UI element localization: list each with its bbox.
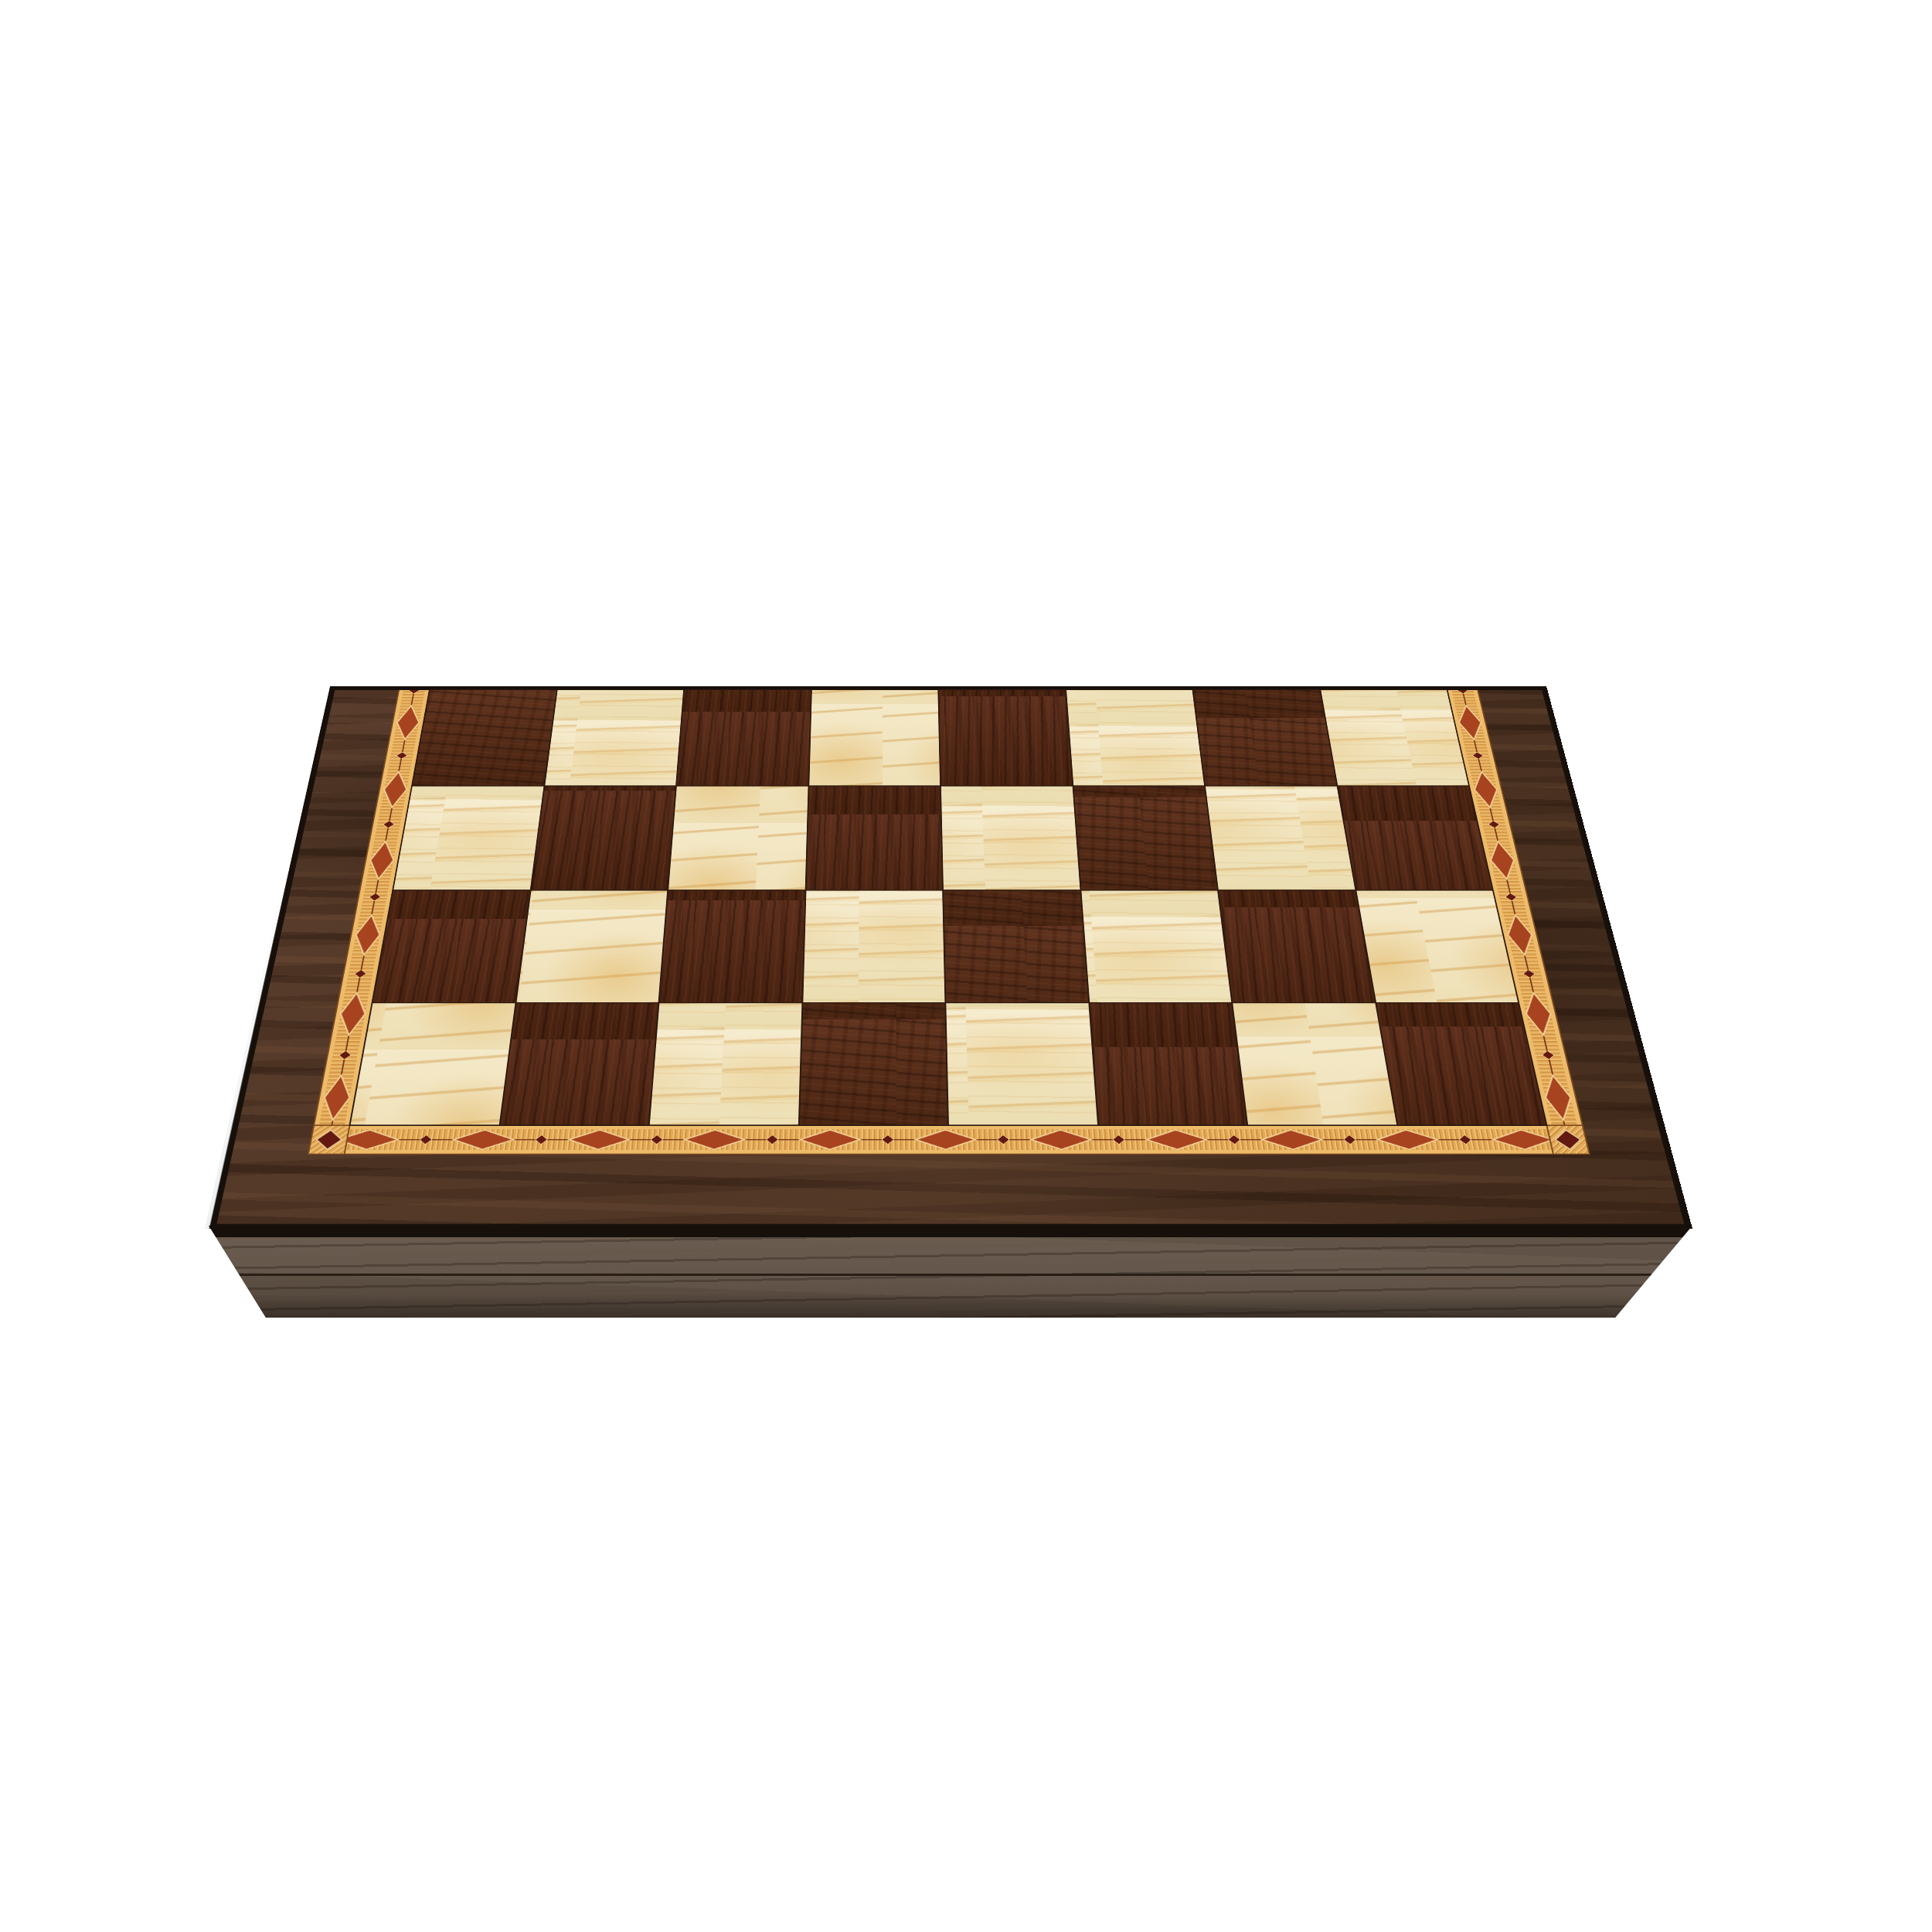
chess-box-lid: [209, 686, 1692, 1229]
corner-diamond-icon: [1554, 1129, 1582, 1150]
box-front-side: [209, 1226, 1692, 1318]
square-r2c7-light: [1206, 787, 1355, 889]
square-r1c2-light: [545, 690, 683, 785]
square-r1c3-dark: [677, 690, 811, 785]
square-r3c1-dark: [373, 890, 530, 1002]
square-r1c8-light: [1321, 690, 1468, 785]
square-r4c5-light: [946, 1003, 1097, 1124]
square-r2c1-light: [393, 787, 543, 889]
square-r3c3-dark: [659, 890, 804, 1002]
square-r2c2-dark: [531, 787, 675, 889]
square-r4c8-dark: [1376, 1003, 1546, 1124]
square-r2c5-light: [941, 787, 1080, 889]
square-r4c4-dark: [799, 1003, 947, 1124]
product-photo-scene: [0, 0, 1932, 1932]
inlay-corner-front-right: [1546, 1124, 1590, 1155]
square-r1c7-dark: [1193, 690, 1336, 785]
square-r1c5-dark: [939, 690, 1072, 785]
fold-seam: [209, 1274, 1692, 1276]
square-r4c2-dark: [500, 1003, 658, 1124]
square-r4c3-light: [650, 1003, 801, 1124]
square-r2c8-dark: [1338, 787, 1492, 889]
square-r2c6-dark: [1073, 787, 1217, 889]
square-r4c6-dark: [1090, 1003, 1247, 1124]
square-r4c7-light: [1233, 1003, 1396, 1124]
square-r3c7-dark: [1219, 890, 1375, 1002]
edge-banding: [209, 1226, 1692, 1237]
square-r1c6-light: [1066, 690, 1204, 785]
square-r3c4-light: [803, 890, 945, 1002]
inlay-corner-front-left: [308, 1124, 351, 1155]
diamond-chain-pattern-front: [308, 1124, 1590, 1155]
square-r3c6-light: [1081, 890, 1231, 1002]
square-r1c4-light: [809, 690, 940, 785]
square-r2c4-dark: [806, 787, 942, 889]
square-r1c1-dark: [413, 690, 556, 785]
square-r3c2-light: [516, 890, 667, 1002]
corner-diamond-icon: [315, 1129, 343, 1150]
square-r3c8-light: [1356, 890, 1518, 1002]
inlay-band-front: [308, 1124, 1590, 1155]
square-r4c1-light: [351, 1003, 515, 1124]
square-r3c5-dark: [944, 890, 1088, 1002]
square-r2c3-light: [668, 787, 808, 889]
checkerboard: [351, 690, 1546, 1124]
